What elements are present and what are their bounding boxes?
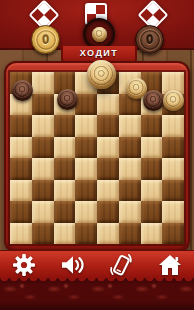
square-b5[interactable]: [32, 137, 54, 159]
turn-banner-label: ХОДИТ: [80, 48, 119, 58]
square-h5[interactable]: [162, 137, 184, 159]
square-b3[interactable]: [32, 180, 54, 202]
square-a2[interactable]: [10, 201, 32, 223]
home-icon: [158, 254, 182, 276]
square-c6[interactable]: [54, 115, 76, 137]
square-f5[interactable]: [119, 137, 141, 159]
square-a5[interactable]: [10, 137, 32, 159]
square-c4[interactable]: [54, 158, 76, 180]
square-a3[interactable]: [10, 180, 32, 202]
light-piece-h7[interactable]: [163, 90, 184, 111]
square-h3[interactable]: [162, 180, 184, 202]
square-b8[interactable]: [32, 72, 54, 94]
square-d5[interactable]: [75, 137, 97, 159]
settings-button[interactable]: [7, 252, 41, 278]
dark-piece-g7[interactable]: [143, 90, 164, 111]
square-d7[interactable]: [75, 94, 97, 116]
square-h4[interactable]: [162, 158, 184, 180]
dark-player-score-coin: 0: [135, 25, 164, 54]
square-e1[interactable]: [97, 223, 119, 245]
square-b2[interactable]: [32, 201, 54, 223]
turn-indicator-piece: [92, 27, 107, 42]
square-d3[interactable]: [75, 180, 97, 202]
sound-button[interactable]: [56, 252, 90, 278]
dark-piece-a8[interactable]: [12, 80, 33, 101]
square-c5[interactable]: [54, 137, 76, 159]
square-d1[interactable]: [75, 223, 97, 245]
square-f2[interactable]: [119, 201, 141, 223]
square-e4[interactable]: [97, 158, 119, 180]
square-a6[interactable]: [10, 115, 32, 137]
square-e7[interactable]: [97, 94, 119, 116]
square-d6[interactable]: [75, 115, 97, 137]
light-player-score-coin: 0: [31, 25, 60, 54]
square-h6[interactable]: [162, 115, 184, 137]
square-g2[interactable]: [141, 201, 163, 223]
square-d2[interactable]: [75, 201, 97, 223]
square-e3[interactable]: [97, 180, 119, 202]
square-e5[interactable]: [97, 137, 119, 159]
square-g5[interactable]: [141, 137, 163, 159]
square-g3[interactable]: [141, 180, 163, 202]
square-f3[interactable]: [119, 180, 141, 202]
square-h2[interactable]: [162, 201, 184, 223]
bottom-toolbar: [0, 250, 194, 278]
square-c2[interactable]: [54, 201, 76, 223]
square-a1[interactable]: [10, 223, 32, 245]
square-h1[interactable]: [162, 223, 184, 245]
vibrate-button[interactable]: [104, 252, 138, 278]
square-b7[interactable]: [32, 94, 54, 116]
square-g6[interactable]: [141, 115, 163, 137]
header-bar: 0 0: [0, 0, 194, 50]
home-button[interactable]: [153, 252, 187, 278]
square-e6[interactable]: [97, 115, 119, 137]
square-b4[interactable]: [32, 158, 54, 180]
gear-icon: [13, 254, 35, 276]
dark-player-score: 0: [146, 33, 153, 46]
square-f1[interactable]: [119, 223, 141, 245]
square-c3[interactable]: [54, 180, 76, 202]
speaker-icon: [60, 254, 86, 276]
square-d4[interactable]: [75, 158, 97, 180]
square-c1[interactable]: [54, 223, 76, 245]
square-b6[interactable]: [32, 115, 54, 137]
square-g4[interactable]: [141, 158, 163, 180]
vibrating-phone-icon: [108, 253, 134, 277]
square-f6[interactable]: [119, 115, 141, 137]
checkers-app-screen: 0 0 ХОДИТ: [0, 0, 194, 310]
square-b1[interactable]: [32, 223, 54, 245]
light-player-score: 0: [42, 33, 49, 46]
square-a4[interactable]: [10, 158, 32, 180]
square-g1[interactable]: [141, 223, 163, 245]
square-e2[interactable]: [97, 201, 119, 223]
square-f4[interactable]: [119, 158, 141, 180]
dark-piece-c7[interactable]: [57, 89, 78, 110]
